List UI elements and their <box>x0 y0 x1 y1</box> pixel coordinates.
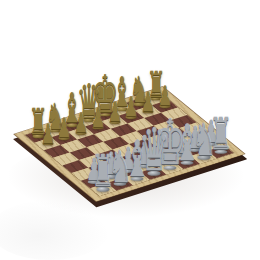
piece-silver-rook-a1[interactable]: ♜ <box>92 150 115 194</box>
piece-gold-pawn-e7[interactable]: ♟ <box>108 98 122 125</box>
piece-gold-pawn-a7[interactable]: ♟ <box>41 119 55 146</box>
piece-gold-pawn-f7[interactable]: ♟ <box>124 93 138 120</box>
piece-gold-pawn-h7[interactable]: ♟ <box>158 82 172 109</box>
photo-shadow-smudge <box>0 200 110 260</box>
piece-gold-pawn-c7[interactable]: ♟ <box>74 109 88 136</box>
piece-gold-pawn-d7[interactable]: ♟ <box>91 103 105 130</box>
chess-set-photo: ♜♞♝♛♚♝♞♜♟♟♟♟♟♟♟♟♟♟♟♟♟♟♟♟♜♞♝♛♚♝♞♜ <box>0 0 260 260</box>
piece-gold-pawn-b7[interactable]: ♟ <box>57 114 71 141</box>
